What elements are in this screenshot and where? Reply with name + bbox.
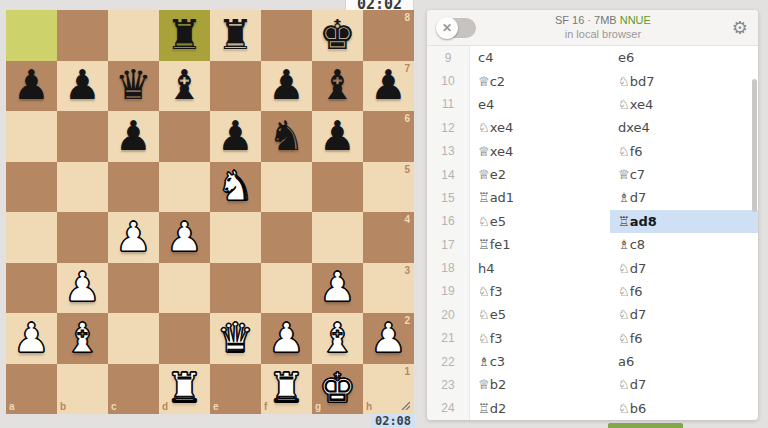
white-pawn[interactable]: ♟ [261, 313, 312, 364]
move-black-9[interactable]: e6 [610, 46, 758, 69]
black-pawn[interactable]: ♟ [210, 111, 261, 162]
move-white-11[interactable]: e4 [470, 93, 610, 116]
move-row-21: 21♘f3♘f6 [427, 327, 758, 350]
white-pawn[interactable]: ♟ [6, 313, 57, 364]
file-label-a: a [9, 402, 15, 412]
square-f5[interactable] [261, 162, 312, 213]
black-rook[interactable]: ♜ [210, 10, 261, 61]
move-white-17[interactable]: ♖fe1 [470, 233, 610, 256]
file-label-f: f [264, 402, 267, 412]
move-black-16[interactable]: ♖ad8 [610, 210, 758, 233]
white-pawn[interactable]: ♟ [312, 263, 363, 314]
move-row-20: 20♘e5♘d7 [427, 303, 758, 326]
move-white-18[interactable]: h4 [470, 256, 610, 279]
move-white-19[interactable]: ♘f3 [470, 280, 610, 303]
square-c2[interactable] [108, 313, 159, 364]
square-c8[interactable] [108, 10, 159, 61]
move-number-9: 9 [427, 46, 470, 69]
rank-label-3: 3 [404, 266, 410, 276]
move-black-23[interactable]: ♘d7 [610, 373, 758, 396]
move-number-11: 11 [427, 93, 470, 116]
square-d6[interactable] [159, 111, 210, 162]
move-row-11: 11e4♘xe4 [427, 93, 758, 116]
white-queen[interactable]: ♛ [210, 313, 261, 364]
square-e5[interactable]: ♞ [210, 162, 261, 213]
move-number-20: 20 [427, 303, 470, 326]
square-d4[interactable]: ♟ [159, 212, 210, 263]
square-b5[interactable] [57, 162, 108, 213]
chess-board[interactable]: ♜♜♚8♟♟♛♝♟♝♟7♟♟♞♟6♞5♟♟4♟♟3♟♝♛♟♝♟2abc♜de♜f… [6, 10, 414, 414]
movelist-scrollbar[interactable] [752, 79, 757, 212]
black-bishop[interactable]: ♝ [312, 61, 363, 112]
square-e6[interactable]: ♟ [210, 111, 261, 162]
move-number-13: 13 [427, 140, 470, 163]
clock-white: 02:08 [371, 414, 415, 428]
white-rook[interactable]: ♜ [261, 364, 312, 415]
black-king[interactable]: ♚ [312, 10, 363, 61]
square-d5[interactable] [159, 162, 210, 213]
move-number-15: 15 [427, 186, 470, 209]
move-number-17: 17 [427, 233, 470, 256]
move-row-23: 23♕b2♘d7 [427, 373, 758, 396]
square-a6[interactable] [6, 111, 57, 162]
black-queen[interactable]: ♛ [108, 61, 159, 112]
move-black-18[interactable]: ♘d7 [610, 256, 758, 279]
black-knight[interactable]: ♞ [261, 111, 312, 162]
app-window: 02:02 ♜♜♚8♟♟♛♝♟♝♟7♟♟♞♟6♞5♟♟4♟♟3♟♝♛♟♝♟2ab… [0, 0, 768, 428]
square-f7[interactable]: ♟ [261, 61, 312, 112]
move-row-24: 24♖d2♘b6 [427, 397, 758, 420]
white-pawn[interactable]: ♟ [159, 212, 210, 263]
move-row-14: 14♕e2♕c7 [427, 163, 758, 186]
square-h1[interactable]: 1h [363, 364, 414, 415]
move-white-20[interactable]: ♘e5 [470, 303, 610, 326]
square-d3[interactable] [159, 263, 210, 314]
square-e1[interactable]: e [210, 364, 261, 415]
square-c6[interactable]: ♟ [108, 111, 159, 162]
rank-label-7: 7 [404, 64, 410, 74]
square-c4[interactable]: ♟ [108, 212, 159, 263]
nnue-badge: NNUE [620, 14, 651, 26]
square-f6[interactable]: ♞ [261, 111, 312, 162]
move-row-19: 19♘f3♘f6 [427, 280, 758, 303]
move-number-10: 10 [427, 69, 470, 92]
white-pawn[interactable]: ♟ [108, 212, 159, 263]
move-number-19: 19 [427, 280, 470, 303]
move-white-15[interactable]: ♖ad1 [470, 186, 610, 209]
move-black-13[interactable]: ♘f6 [610, 140, 758, 163]
move-white-24[interactable]: ♖d2 [470, 397, 610, 420]
square-a1[interactable]: a [6, 364, 57, 415]
move-white-21[interactable]: ♘f3 [470, 327, 610, 350]
square-g5[interactable] [312, 162, 363, 213]
white-pawn[interactable]: ♟ [57, 263, 108, 314]
move-number-18: 18 [427, 256, 470, 279]
move-row-16: 16♘e5♖ad8 [427, 210, 758, 233]
square-h5[interactable]: 5 [363, 162, 414, 213]
square-f2[interactable]: ♟ [261, 313, 312, 364]
square-b8[interactable] [57, 10, 108, 61]
square-a4[interactable] [6, 212, 57, 263]
square-g2[interactable]: ♝ [312, 313, 363, 364]
square-b3[interactable]: ♟ [57, 263, 108, 314]
bottom-button-partial[interactable] [608, 423, 683, 428]
black-pawn[interactable]: ♟ [312, 111, 363, 162]
square-e2[interactable]: ♛ [210, 313, 261, 364]
square-h8[interactable]: 8 [363, 10, 414, 61]
engine-name: SF 16 · 7MB [555, 14, 620, 26]
square-h7[interactable]: ♟7 [363, 61, 414, 112]
square-b6[interactable] [57, 111, 108, 162]
square-c3[interactable] [108, 263, 159, 314]
square-c1[interactable]: c [108, 364, 159, 415]
move-row-18: 18h4♘d7 [427, 256, 758, 279]
move-number-22: 22 [427, 350, 470, 373]
move-white-13[interactable]: ♕xe4 [470, 140, 610, 163]
square-b4[interactable] [57, 212, 108, 263]
move-number-23: 23 [427, 373, 470, 396]
move-black-20[interactable]: ♘d7 [610, 303, 758, 326]
file-label-g: g [315, 402, 321, 412]
move-black-14[interactable]: ♕c7 [610, 163, 758, 186]
move-white-22[interactable]: ♗c3 [470, 350, 610, 373]
rank-label-1: 1 [404, 367, 410, 377]
square-c5[interactable] [108, 162, 159, 213]
file-label-e: e [213, 402, 219, 412]
square-f3[interactable] [261, 263, 312, 314]
white-bishop[interactable]: ♝ [312, 313, 363, 364]
square-e3[interactable] [210, 263, 261, 314]
square-d8[interactable]: ♜ [159, 10, 210, 61]
rank-label-2: 2 [404, 316, 410, 326]
move-list: 9c4e610♕c2♘bd711e4♘xe412♘xe4dxe413♕xe4♘f… [427, 46, 758, 420]
move-white-12[interactable]: ♘xe4 [470, 116, 610, 139]
rank-label-4: 4 [404, 215, 410, 225]
move-white-9[interactable]: c4 [470, 46, 610, 69]
move-number-24: 24 [427, 397, 470, 420]
black-rook[interactable]: ♜ [159, 10, 210, 61]
black-bishop[interactable]: ♝ [159, 61, 210, 112]
square-h2[interactable]: ♟2 [363, 313, 414, 364]
move-white-14[interactable]: ♕e2 [470, 163, 610, 186]
engine-header: ✕ SF 16 · 7MB NNUE in local browser ⚙ [427, 10, 758, 46]
move-black-24[interactable]: ♘b6 [610, 397, 758, 420]
square-a2[interactable]: ♟ [6, 313, 57, 364]
move-number-21: 21 [427, 327, 470, 350]
engine-toggle[interactable]: ✕ [437, 18, 476, 38]
move-row-17: 17♖fe1♗c8 [427, 233, 758, 256]
move-row-22: 22♗c3a6 [427, 350, 758, 373]
move-black-11[interactable]: ♘xe4 [610, 93, 758, 116]
square-g3[interactable]: ♟ [312, 263, 363, 314]
square-g6[interactable]: ♟ [312, 111, 363, 162]
square-a5[interactable] [6, 162, 57, 213]
square-a7[interactable]: ♟ [6, 61, 57, 112]
engine-panel: ✕ SF 16 · 7MB NNUE in local browser ⚙ 9c… [427, 10, 758, 420]
square-g8[interactable]: ♚ [312, 10, 363, 61]
move-white-23[interactable]: ♕b2 [470, 373, 610, 396]
move-number-12: 12 [427, 116, 470, 139]
move-row-10: 10♕c2♘bd7 [427, 69, 758, 92]
rank-label-5: 5 [404, 165, 410, 175]
move-black-17[interactable]: ♗c8 [610, 233, 758, 256]
square-f8[interactable] [261, 10, 312, 61]
square-e8[interactable]: ♜ [210, 10, 261, 61]
file-label-c: c [111, 402, 117, 412]
engine-title: SF 16 · 7MB NNUE [476, 14, 730, 28]
move-black-19[interactable]: ♘f6 [610, 280, 758, 303]
move-row-9: 9c4e6 [427, 46, 758, 69]
square-h4[interactable]: 4 [363, 212, 414, 263]
square-h6[interactable]: 6 [363, 111, 414, 162]
move-black-12[interactable]: dxe4 [610, 116, 758, 139]
square-c7[interactable]: ♛ [108, 61, 159, 112]
move-row-13: 13♕xe4♘f6 [427, 140, 758, 163]
square-f4[interactable] [261, 212, 312, 263]
settings-gear-icon[interactable]: ⚙ [732, 19, 748, 37]
engine-info: SF 16 · 7MB NNUE in local browser [476, 14, 732, 42]
move-black-10[interactable]: ♘bd7 [610, 69, 758, 92]
square-e7[interactable] [210, 61, 261, 112]
move-white-16[interactable]: ♘e5 [470, 210, 610, 233]
black-pawn[interactable]: ♟ [6, 61, 57, 112]
black-pawn[interactable]: ♟ [108, 111, 159, 162]
square-b1[interactable]: b [57, 364, 108, 415]
square-b7[interactable]: ♟ [57, 61, 108, 112]
square-d7[interactable]: ♝ [159, 61, 210, 112]
move-white-10[interactable]: ♕c2 [470, 69, 610, 92]
move-number-14: 14 [427, 163, 470, 186]
rank-label-8: 8 [404, 13, 410, 23]
square-a3[interactable] [6, 263, 57, 314]
square-e4[interactable] [210, 212, 261, 263]
file-label-b: b [60, 402, 66, 412]
move-row-15: 15♖ad1♗d7 [427, 186, 758, 209]
toggle-knob-x-icon: ✕ [436, 17, 458, 39]
move-row-12: 12♘xe4dxe4 [427, 116, 758, 139]
square-g1[interactable]: ♚g [312, 364, 363, 415]
square-d1[interactable]: ♜d [159, 364, 210, 415]
rank-label-6: 6 [404, 114, 410, 124]
square-a8[interactable] [6, 10, 57, 61]
move-black-21[interactable]: ♘f6 [610, 327, 758, 350]
white-knight[interactable]: ♞ [210, 162, 261, 213]
square-b2[interactable]: ♝ [57, 313, 108, 364]
move-black-22[interactable]: a6 [610, 350, 758, 373]
move-black-15[interactable]: ♗d7 [610, 186, 758, 209]
square-g4[interactable] [312, 212, 363, 263]
black-pawn[interactable]: ♟ [261, 61, 312, 112]
square-h3[interactable]: 3 [363, 263, 414, 314]
black-pawn[interactable]: ♟ [57, 61, 108, 112]
square-f1[interactable]: ♜f [261, 364, 312, 415]
engine-subtitle: in local browser [476, 28, 730, 42]
square-g7[interactable]: ♝ [312, 61, 363, 112]
file-label-h: h [366, 402, 372, 412]
board-resize-handle[interactable] [398, 398, 410, 410]
file-label-d: d [162, 402, 168, 412]
move-number-16: 16 [427, 210, 470, 233]
white-bishop[interactable]: ♝ [57, 313, 108, 364]
square-d2[interactable] [159, 313, 210, 364]
